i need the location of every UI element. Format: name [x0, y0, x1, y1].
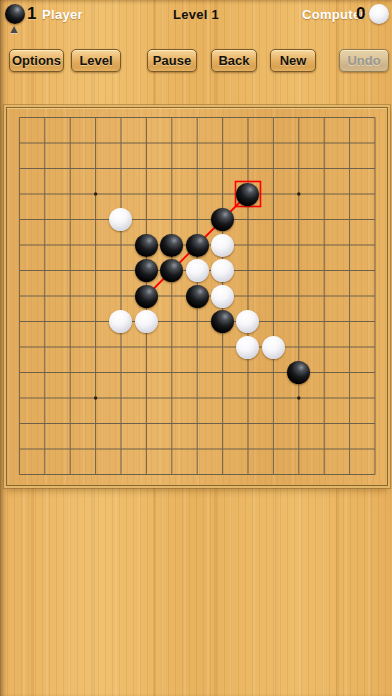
stone-black: [135, 285, 158, 308]
stone-white: [211, 234, 234, 257]
toolbar: Options Level Pause Back New Undo: [0, 49, 392, 74]
stone-white: [236, 336, 259, 359]
stone-white: [109, 310, 132, 333]
new-button[interactable]: New: [270, 49, 316, 72]
stone-black: [160, 234, 183, 257]
stone-white: [109, 208, 132, 231]
gomoku-app: ▲ 1 Player Level 1 Computer 0 Options Le…: [0, 0, 392, 696]
stones-grid: [7, 105, 388, 488]
computer-stone-icon: [369, 4, 389, 24]
stone-black: [211, 310, 234, 333]
level-button[interactable]: Level: [71, 49, 121, 72]
stone-white: [135, 310, 158, 333]
stone-white: [236, 310, 259, 333]
stone-black: [287, 361, 310, 384]
stone-white: [262, 336, 285, 359]
stone-black: [186, 234, 209, 257]
stone-black: [186, 285, 209, 308]
stone-black: [135, 259, 158, 282]
undo-button[interactable]: Undo: [339, 49, 389, 72]
options-button[interactable]: Options: [9, 49, 64, 72]
stone-white: [186, 259, 209, 282]
stone-white: [211, 259, 234, 282]
stone-black: [236, 183, 259, 206]
pause-button[interactable]: Pause: [147, 49, 197, 72]
stone-white: [211, 285, 234, 308]
back-button[interactable]: Back: [211, 49, 257, 72]
score-header: ▲ 1 Player Level 1 Computer 0: [0, 0, 392, 46]
stone-black: [160, 259, 183, 282]
stone-black: [135, 234, 158, 257]
gomoku-board[interactable]: [6, 107, 388, 486]
stone-black: [211, 208, 234, 231]
turn-indicator-icon: ▲: [8, 23, 20, 35]
computer-score: 0: [356, 4, 365, 24]
